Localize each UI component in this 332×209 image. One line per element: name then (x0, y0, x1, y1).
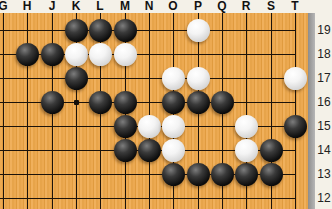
stone-white-M18 (114, 43, 137, 66)
row-label-18: 18 (316, 47, 332, 61)
stone-black-J16 (41, 91, 64, 114)
row-label-13: 13 (316, 167, 332, 181)
column-label-O: O (163, 0, 183, 13)
stone-white-R15 (235, 115, 258, 138)
row-label-15: 15 (316, 119, 332, 133)
column-label-S: S (261, 0, 281, 13)
row-label-17: 17 (316, 71, 332, 85)
column-label-H: H (17, 0, 37, 13)
column-label-P: P (188, 0, 208, 13)
stone-black-L19 (89, 19, 112, 42)
column-label-T: T (285, 0, 305, 13)
grid-line-col-T (295, 13, 296, 209)
stone-white-P17 (187, 67, 210, 90)
grid-line-row-12 (0, 198, 296, 199)
row-label-16: 16 (316, 95, 332, 109)
stone-white-P19 (187, 19, 210, 42)
stone-white-O15 (162, 115, 185, 138)
stone-white-N15 (138, 115, 161, 138)
stone-black-S13 (260, 163, 283, 186)
grid-line-col-G (3, 13, 4, 209)
stone-white-O14 (162, 139, 185, 162)
stone-black-M16 (114, 91, 137, 114)
column-label-N: N (139, 0, 159, 13)
stone-black-O13 (162, 163, 185, 186)
board-edge-strip (308, 13, 315, 209)
stone-black-N14 (138, 139, 161, 162)
grid-line-row-17 (0, 78, 296, 79)
column-label-R: R (236, 0, 256, 13)
column-label-L: L (90, 0, 110, 13)
stone-black-M15 (114, 115, 137, 138)
row-label-19: 19 (316, 23, 332, 37)
star-point-K16 (74, 100, 79, 105)
stone-black-M19 (114, 19, 137, 42)
go-app-window: GHJKLMNOPQRST 1918171615141312 (0, 0, 332, 209)
stone-black-L16 (89, 91, 112, 114)
stone-black-H18 (16, 43, 39, 66)
column-label-J: J (42, 0, 62, 13)
column-label-Q: Q (212, 0, 232, 13)
stone-white-T17 (284, 67, 307, 90)
stone-white-L18 (89, 43, 112, 66)
stone-black-P13 (187, 163, 210, 186)
stone-black-P16 (187, 91, 210, 114)
grid-line-row-19 (0, 30, 296, 31)
stone-black-J18 (41, 43, 64, 66)
stone-black-Q16 (211, 91, 234, 114)
column-label-G: G (0, 0, 13, 13)
column-label-M: M (115, 0, 135, 13)
stone-black-T15 (284, 115, 307, 138)
stone-white-K18 (65, 43, 88, 66)
stone-white-O17 (162, 67, 185, 90)
stone-black-O16 (162, 91, 185, 114)
stone-black-K17 (65, 67, 88, 90)
stone-white-R14 (235, 139, 258, 162)
grid-line-col-N (149, 13, 150, 209)
stone-black-Q13 (211, 163, 234, 186)
stone-black-K19 (65, 19, 88, 42)
row-label-12: 12 (316, 191, 332, 205)
stone-black-M14 (114, 139, 137, 162)
stone-black-S14 (260, 139, 283, 162)
stone-black-R13 (235, 163, 258, 186)
row-label-14: 14 (316, 143, 332, 157)
column-label-K: K (66, 0, 86, 13)
